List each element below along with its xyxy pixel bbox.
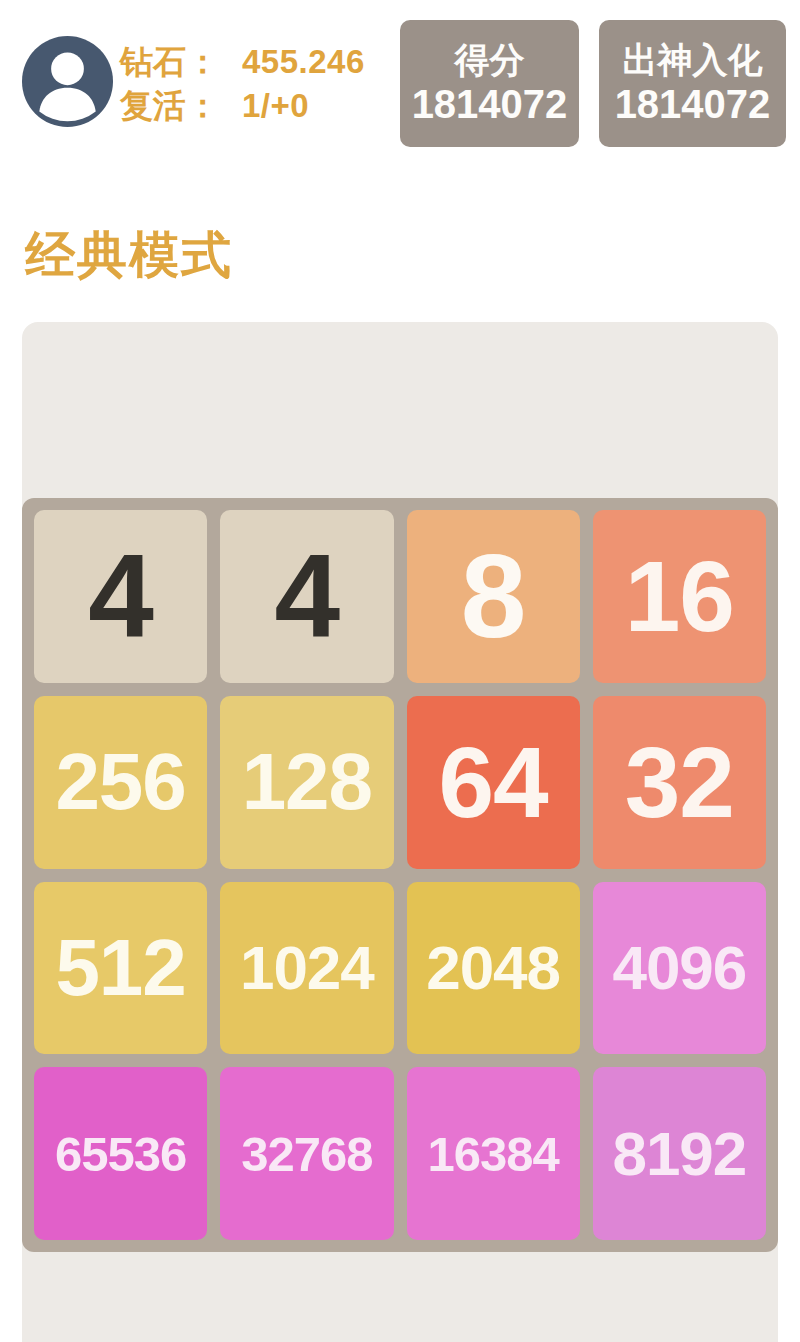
revive-value: 1/+0 [242,87,309,125]
tile-r2c1: 1024 [220,882,393,1055]
tile-r3c2: 16384 [407,1067,580,1240]
tile-r0c2: 8 [407,510,580,683]
revive-label: 复活： [120,84,242,129]
page-title: 经典模式 [25,222,233,289]
best-rank-value: 1814072 [615,81,771,127]
best-rank-display: 出神入化 1814072 [599,20,786,147]
tile-r3c1: 32768 [220,1067,393,1240]
diamond-label: 钻石： [120,40,242,85]
tile-r1c2: 64 [407,696,580,869]
tile-r3c3: 8192 [593,1067,766,1240]
tile-r0c1: 4 [220,510,393,683]
avatar[interactable] [22,36,113,127]
score-value: 1814072 [412,81,568,127]
score-label: 得分 [455,40,525,80]
diamond-stat: 钻石： 455.246 [120,40,365,84]
tile-r0c3: 16 [593,510,766,683]
game-screen: 钻石： 455.246 复活： 1/+0 得分 1814072 出神入化 181… [0,0,800,1342]
tile-r3c0: 65536 [34,1067,207,1240]
tile-r2c2: 2048 [407,882,580,1055]
score-display: 得分 1814072 [400,20,579,147]
user-icon [22,36,113,127]
tile-r1c0: 256 [34,696,207,869]
tile-r1c3: 32 [593,696,766,869]
revive-stat: 复活： 1/+0 [120,84,365,128]
tile-r1c1: 128 [220,696,393,869]
best-rank-label: 出神入化 [623,40,763,80]
tile-r0c0: 4 [34,510,207,683]
board-grid-4x4[interactable]: 4 4 8 16 256 128 64 32 512 1024 2048 409… [22,498,778,1252]
diamond-value: 455.246 [242,43,365,81]
tile-r2c3: 4096 [593,882,766,1055]
tile-r2c0: 512 [34,882,207,1055]
player-stats: 钻石： 455.246 复活： 1/+0 [120,40,365,128]
